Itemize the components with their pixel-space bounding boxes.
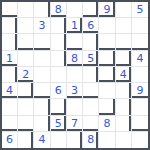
cell-r9c8[interactable]: [116, 132, 132, 148]
cell-r7c5[interactable]: [67, 99, 83, 115]
cell-r8c7-given[interactable]: 8: [99, 116, 115, 132]
cell-r5c2-given[interactable]: 2: [18, 67, 34, 83]
cell-r6c4-given[interactable]: 6: [51, 83, 67, 99]
cell-r3c3[interactable]: [34, 34, 50, 50]
cell-r1c9-given[interactable]: 5: [132, 2, 148, 18]
cell-r8c8[interactable]: [116, 116, 132, 132]
cell-r8c5-given[interactable]: 7: [67, 116, 83, 132]
cell-r5c9[interactable]: [132, 67, 148, 83]
cell-r1c3[interactable]: [34, 2, 50, 18]
cell-r6c5-given[interactable]: 3: [67, 83, 83, 99]
cell-r6c2[interactable]: [18, 83, 34, 99]
cell-r3c9[interactable]: [132, 34, 148, 50]
cell-r4c9-given[interactable]: 4: [132, 51, 148, 67]
cell-r7c2[interactable]: [18, 99, 34, 115]
cell-r7c3[interactable]: [34, 99, 50, 115]
cell-r8c6[interactable]: [83, 116, 99, 132]
cell-r9c7[interactable]: [99, 132, 115, 148]
cell-r5c6[interactable]: [83, 67, 99, 83]
cell-r2c5-given[interactable]: 1: [67, 18, 83, 34]
cell-r2c2[interactable]: [18, 18, 34, 34]
cell-r1c8[interactable]: [116, 2, 132, 18]
cell-r3c7[interactable]: [99, 34, 115, 50]
cell-r5c1[interactable]: [2, 67, 18, 83]
cell-r2c4[interactable]: [51, 18, 67, 34]
cell-r3c8[interactable]: [116, 34, 132, 50]
cell-r6c9-given[interactable]: 9: [132, 83, 148, 99]
cell-r5c5[interactable]: [67, 67, 83, 83]
cell-r3c5[interactable]: [67, 34, 83, 50]
cell-r7c4[interactable]: [51, 99, 67, 115]
cell-r9c4[interactable]: [51, 132, 67, 148]
cell-r6c7[interactable]: [99, 83, 115, 99]
cell-r2c7[interactable]: [99, 18, 115, 34]
cell-r7c9[interactable]: [132, 99, 148, 115]
cell-r4c1-given[interactable]: 1: [2, 51, 18, 67]
cell-r9c3-given[interactable]: 4: [34, 132, 50, 148]
cell-r2c6-given[interactable]: 6: [83, 18, 99, 34]
cell-r6c1-given[interactable]: 4: [2, 83, 18, 99]
cell-r4c4[interactable]: [51, 51, 67, 67]
cell-r1c2[interactable]: [18, 2, 34, 18]
cell-r8c9[interactable]: [132, 116, 148, 132]
cell-r1c5[interactable]: [67, 2, 83, 18]
cell-r2c8[interactable]: [116, 18, 132, 34]
cell-r2c3-given[interactable]: 3: [34, 18, 50, 34]
cell-r1c6[interactable]: [83, 2, 99, 18]
cell-r4c2[interactable]: [18, 51, 34, 67]
sudoku-grid: 8953161854244639578648: [0, 0, 150, 150]
cell-r4c3[interactable]: [34, 51, 50, 67]
cell-r9c5[interactable]: [67, 132, 83, 148]
cell-r6c6[interactable]: [83, 83, 99, 99]
cell-r5c4[interactable]: [51, 67, 67, 83]
cell-r5c8-given[interactable]: 4: [116, 67, 132, 83]
cell-r9c2[interactable]: [18, 132, 34, 148]
cell-r3c6[interactable]: [83, 34, 99, 50]
cell-r1c1[interactable]: [2, 2, 18, 18]
cell-r8c2[interactable]: [18, 116, 34, 132]
cell-r4c7[interactable]: [99, 51, 115, 67]
cell-r8c4-given[interactable]: 5: [51, 116, 67, 132]
cell-r7c7[interactable]: [99, 99, 115, 115]
cell-r4c6-given[interactable]: 5: [83, 51, 99, 67]
cell-r9c9[interactable]: [132, 132, 148, 148]
cell-r4c5-given[interactable]: 8: [67, 51, 83, 67]
cell-r6c3[interactable]: [34, 83, 50, 99]
cell-r2c9[interactable]: [132, 18, 148, 34]
cell-r9c1-given[interactable]: 6: [2, 132, 18, 148]
cell-r7c1[interactable]: [2, 99, 18, 115]
cell-r9c6-given[interactable]: 8: [83, 132, 99, 148]
cell-r7c8[interactable]: [116, 99, 132, 115]
cell-r8c1[interactable]: [2, 116, 18, 132]
cell-r6c8[interactable]: [116, 83, 132, 99]
cell-r7c6[interactable]: [83, 99, 99, 115]
cell-r3c2[interactable]: [18, 34, 34, 50]
cell-r1c7-given[interactable]: 9: [99, 2, 115, 18]
cell-r5c7[interactable]: [99, 67, 115, 83]
cell-r2c1[interactable]: [2, 18, 18, 34]
cell-r5c3[interactable]: [34, 67, 50, 83]
cell-r3c1[interactable]: [2, 34, 18, 50]
cell-r1c4-given[interactable]: 8: [51, 2, 67, 18]
cell-r8c3[interactable]: [34, 116, 50, 132]
cell-r3c4[interactable]: [51, 34, 67, 50]
cell-r4c8[interactable]: [116, 51, 132, 67]
